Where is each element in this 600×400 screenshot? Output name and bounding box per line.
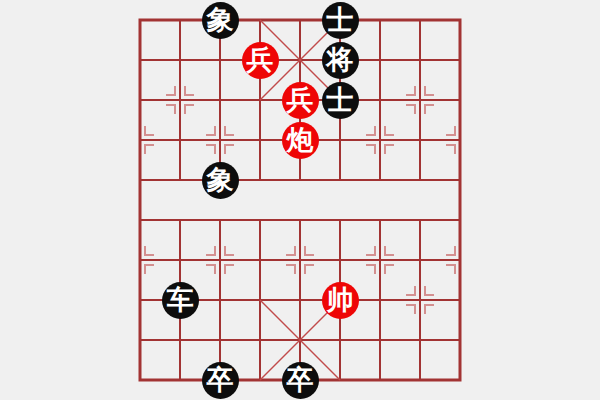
piece-black-general[interactable]: 将	[322, 42, 359, 79]
piece-black-soldier[interactable]: 卒	[202, 362, 239, 399]
piece-red-soldier[interactable]: 兵	[282, 82, 319, 119]
piece-black-elephant[interactable]: 象	[202, 162, 239, 199]
piece-red-cannon[interactable]: 炮	[282, 122, 319, 159]
piece-black-chariot[interactable]: 车	[162, 282, 199, 319]
pieces-layer: 象士兵将兵士炮象车帅卒卒	[120, 0, 480, 400]
piece-black-advisor[interactable]: 士	[322, 2, 359, 39]
piece-black-advisor[interactable]: 士	[322, 82, 359, 119]
piece-black-elephant[interactable]: 象	[202, 2, 239, 39]
xiangqi-board: 象士兵将兵士炮象车帅卒卒	[0, 0, 600, 400]
piece-red-soldier[interactable]: 兵	[242, 42, 279, 79]
piece-black-soldier[interactable]: 卒	[282, 362, 319, 399]
piece-red-general[interactable]: 帅	[322, 282, 359, 319]
